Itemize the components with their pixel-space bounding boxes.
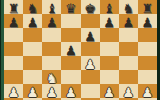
square-b3[interactable] [23, 70, 42, 84]
square-a2[interactable]: ♟ [4, 84, 23, 98]
square-d2[interactable]: ♟ [61, 84, 80, 98]
square-f1[interactable]: ♝ [100, 98, 119, 100]
square-c8[interactable]: ♝ [42, 0, 61, 14]
square-d7[interactable] [61, 14, 80, 28]
square-f3[interactable] [100, 70, 119, 84]
square-b2[interactable]: ♟ [23, 84, 42, 98]
square-d1[interactable]: ♛ [61, 98, 80, 100]
square-h8[interactable]: ♜ [138, 0, 157, 14]
square-e7[interactable] [81, 14, 100, 28]
window-frame-right [157, 0, 160, 100]
square-h1[interactable]: ♜ [138, 98, 157, 100]
square-c1[interactable]: ♝ [42, 98, 61, 100]
square-g8[interactable]: ♞ [119, 0, 138, 14]
square-d5[interactable]: ♟ [61, 42, 80, 56]
square-f6[interactable] [100, 28, 119, 42]
square-b6[interactable] [23, 28, 42, 42]
square-g6[interactable] [119, 28, 138, 42]
square-h7[interactable]: ♟ [138, 14, 157, 28]
square-g4[interactable] [119, 56, 138, 70]
chess-app-window: ♜♞♝♛♚♝♞♜♟♟♟♟♟♟♟♟♟♞♟♟♟♟♟♟♟♜♝♛♚♝♞♜ [0, 0, 160, 100]
square-d4[interactable] [61, 56, 80, 70]
square-a1[interactable]: ♜ [4, 98, 23, 100]
square-c7[interactable]: ♟ [42, 14, 61, 28]
square-g7[interactable]: ♟ [119, 14, 138, 28]
square-a7[interactable]: ♟ [4, 14, 23, 28]
square-e2[interactable] [81, 84, 100, 98]
square-c2[interactable]: ♟ [42, 84, 61, 98]
square-f7[interactable]: ♟ [100, 14, 119, 28]
square-c6[interactable] [42, 28, 61, 42]
square-e6[interactable]: ♟ [81, 28, 100, 42]
square-a5[interactable] [4, 42, 23, 56]
square-a8[interactable]: ♜ [4, 0, 23, 14]
chess-board[interactable]: ♜♞♝♛♚♝♞♜♟♟♟♟♟♟♟♟♟♞♟♟♟♟♟♟♟♜♝♛♚♝♞♜ [4, 0, 157, 100]
square-b8[interactable]: ♞ [23, 0, 42, 14]
square-b5[interactable] [23, 42, 42, 56]
square-g2[interactable]: ♟ [119, 84, 138, 98]
square-c5[interactable] [42, 42, 61, 56]
square-e1[interactable]: ♚ [81, 98, 100, 100]
square-h6[interactable] [138, 28, 157, 42]
square-a6[interactable] [4, 28, 23, 42]
square-h5[interactable] [138, 42, 157, 56]
square-g5[interactable] [119, 42, 138, 56]
square-e4[interactable]: ♟ [81, 56, 100, 70]
square-f4[interactable] [100, 56, 119, 70]
square-h4[interactable] [138, 56, 157, 70]
square-g1[interactable]: ♞ [119, 98, 138, 100]
square-e8[interactable]: ♚ [81, 0, 100, 14]
square-b7[interactable]: ♟ [23, 14, 42, 28]
square-c3[interactable]: ♞ [42, 70, 61, 84]
square-b1[interactable] [23, 98, 42, 100]
square-a4[interactable] [4, 56, 23, 70]
square-d8[interactable]: ♛ [61, 0, 80, 14]
square-b4[interactable] [23, 56, 42, 70]
square-e5[interactable] [81, 42, 100, 56]
square-a3[interactable] [4, 70, 23, 84]
square-g3[interactable] [119, 70, 138, 84]
square-d3[interactable] [61, 70, 80, 84]
square-h3[interactable] [138, 70, 157, 84]
square-c4[interactable] [42, 56, 61, 70]
square-f2[interactable]: ♟ [100, 84, 119, 98]
square-f8[interactable]: ♝ [100, 0, 119, 14]
square-f5[interactable] [100, 42, 119, 56]
square-h2[interactable]: ♟ [138, 84, 157, 98]
square-e3[interactable] [81, 70, 100, 84]
square-d6[interactable] [61, 28, 80, 42]
